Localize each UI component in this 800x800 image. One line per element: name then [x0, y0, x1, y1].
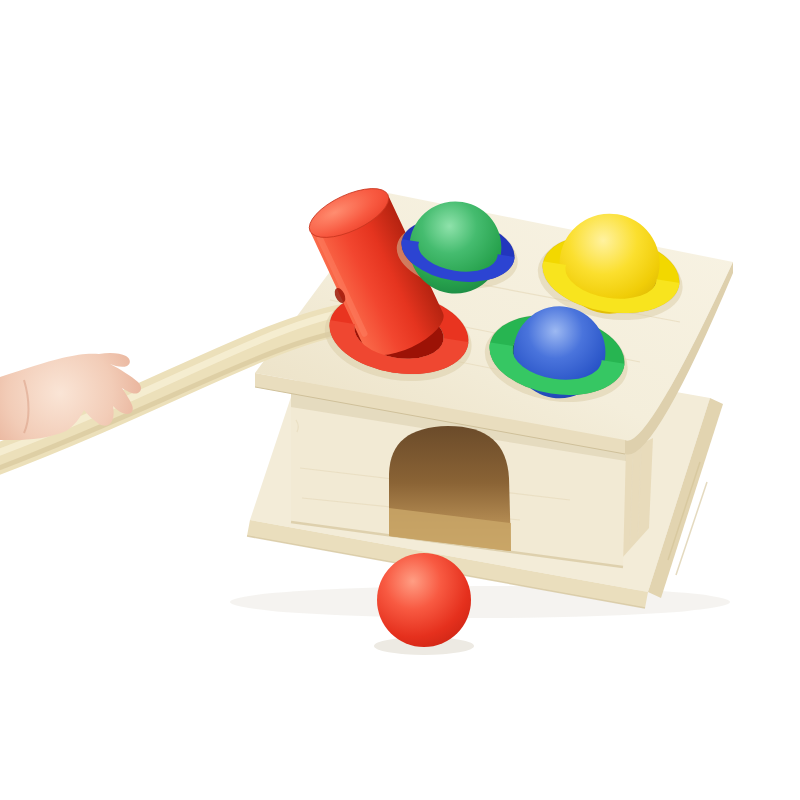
toy-scene [0, 0, 800, 800]
product-photo [0, 0, 800, 800]
hand-silhouette [0, 353, 141, 440]
red-ball [377, 553, 471, 647]
baby-hand [0, 353, 141, 440]
